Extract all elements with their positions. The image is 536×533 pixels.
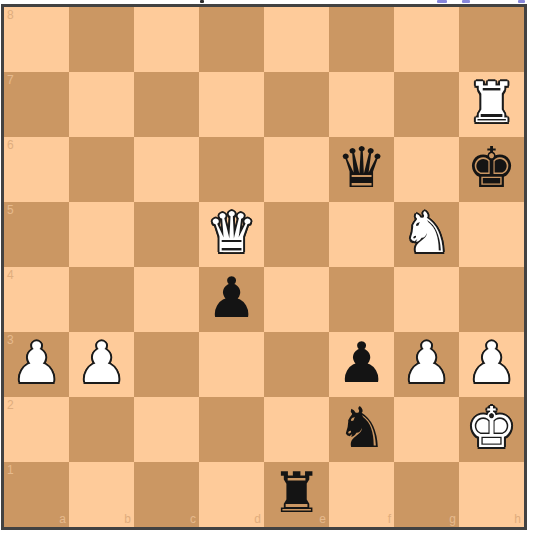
file-label-a: a: [59, 513, 66, 525]
piece-black-pawn-f3[interactable]: ♟: [336, 330, 386, 395]
square-d7[interactable]: [199, 72, 264, 137]
square-c1[interactable]: c: [134, 462, 199, 527]
square-c7[interactable]: [134, 72, 199, 137]
square-c2[interactable]: [134, 397, 199, 462]
square-e8[interactable]: [264, 7, 329, 72]
rank-label-1: 1: [7, 464, 14, 476]
square-a6[interactable]: 6: [4, 137, 69, 202]
square-f3[interactable]: ♟: [329, 332, 394, 397]
square-d8[interactable]: [199, 7, 264, 72]
square-c6[interactable]: [134, 137, 199, 202]
square-h6[interactable]: ♚: [459, 137, 524, 202]
square-d1[interactable]: d: [199, 462, 264, 527]
square-f7[interactable]: [329, 72, 394, 137]
square-g3[interactable]: ♟: [394, 332, 459, 397]
rank-label-4: 4: [7, 269, 14, 281]
square-b2[interactable]: [69, 397, 134, 462]
piece-black-king-h6[interactable]: ♚: [466, 135, 516, 200]
square-a3[interactable]: 3♟: [4, 332, 69, 397]
square-c8[interactable]: [134, 7, 199, 72]
square-h7[interactable]: ♜: [459, 72, 524, 137]
square-a5[interactable]: 5: [4, 202, 69, 267]
file-label-g: g: [449, 513, 456, 525]
rank-label-5: 5: [7, 204, 14, 216]
square-g4[interactable]: [394, 267, 459, 332]
square-f5[interactable]: [329, 202, 394, 267]
square-g1[interactable]: g: [394, 462, 459, 527]
piece-white-knight-g5[interactable]: ♞: [401, 200, 451, 265]
piece-white-rook-h7[interactable]: ♜: [466, 70, 516, 135]
square-e4[interactable]: [264, 267, 329, 332]
square-b8[interactable]: [69, 7, 134, 72]
square-g5[interactable]: ♞: [394, 202, 459, 267]
square-h5[interactable]: [459, 202, 524, 267]
square-e1[interactable]: e♜: [264, 462, 329, 527]
piece-black-rook-e1[interactable]: ♜: [271, 460, 321, 525]
clipped-text-fragment-0: [200, 0, 204, 3]
square-e3[interactable]: [264, 332, 329, 397]
square-b6[interactable]: [69, 137, 134, 202]
clipped-text-fragment-2: [462, 0, 470, 3]
file-label-d: d: [254, 513, 261, 525]
page: 87♜6♛♚5♛♞4♟3♟♟♟♟♟2♞♚1abcde♜fgh: [0, 0, 536, 533]
square-h4[interactable]: [459, 267, 524, 332]
square-e7[interactable]: [264, 72, 329, 137]
square-c5[interactable]: [134, 202, 199, 267]
square-a8[interactable]: 8: [4, 7, 69, 72]
piece-black-queen-f6[interactable]: ♛: [336, 135, 386, 200]
piece-white-queen-d5[interactable]: ♛: [206, 200, 256, 265]
piece-white-pawn-h3[interactable]: ♟: [466, 330, 516, 395]
square-d2[interactable]: [199, 397, 264, 462]
piece-white-king-h2[interactable]: ♚: [466, 395, 516, 460]
square-h2[interactable]: ♚: [459, 397, 524, 462]
rank-label-7: 7: [7, 74, 14, 86]
square-a2[interactable]: 2: [4, 397, 69, 462]
square-e2[interactable]: [264, 397, 329, 462]
square-d3[interactable]: [199, 332, 264, 397]
rank-label-6: 6: [7, 139, 14, 151]
chess-board: 87♜6♛♚5♛♞4♟3♟♟♟♟♟2♞♚1abcde♜fgh: [1, 4, 527, 530]
square-b5[interactable]: [69, 202, 134, 267]
file-label-h: h: [514, 513, 521, 525]
square-a7[interactable]: 7: [4, 72, 69, 137]
piece-white-pawn-b3[interactable]: ♟: [76, 330, 126, 395]
clipped-text-fragment-1: [437, 0, 447, 3]
square-b4[interactable]: [69, 267, 134, 332]
square-e5[interactable]: [264, 202, 329, 267]
rank-label-2: 2: [7, 399, 14, 411]
piece-white-pawn-a3[interactable]: ♟: [11, 330, 61, 395]
square-d5[interactable]: ♛: [199, 202, 264, 267]
square-c3[interactable]: [134, 332, 199, 397]
square-a4[interactable]: 4: [4, 267, 69, 332]
square-f2[interactable]: ♞: [329, 397, 394, 462]
square-b1[interactable]: b: [69, 462, 134, 527]
file-label-f: f: [388, 513, 391, 525]
square-d4[interactable]: ♟: [199, 267, 264, 332]
square-g6[interactable]: [394, 137, 459, 202]
piece-white-pawn-g3[interactable]: ♟: [401, 330, 451, 395]
clipped-text-fragment-3: [518, 0, 525, 3]
square-h8[interactable]: [459, 7, 524, 72]
piece-black-pawn-d4[interactable]: ♟: [206, 265, 256, 330]
square-g8[interactable]: [394, 7, 459, 72]
square-g2[interactable]: [394, 397, 459, 462]
square-a1[interactable]: 1a: [4, 462, 69, 527]
square-f6[interactable]: ♛: [329, 137, 394, 202]
square-c4[interactable]: [134, 267, 199, 332]
file-label-b: b: [124, 513, 131, 525]
rank-label-8: 8: [7, 9, 14, 21]
square-f4[interactable]: [329, 267, 394, 332]
square-h3[interactable]: ♟: [459, 332, 524, 397]
square-g7[interactable]: [394, 72, 459, 137]
square-e6[interactable]: [264, 137, 329, 202]
square-b3[interactable]: ♟: [69, 332, 134, 397]
square-b7[interactable]: [69, 72, 134, 137]
square-h1[interactable]: h: [459, 462, 524, 527]
square-d6[interactable]: [199, 137, 264, 202]
file-label-c: c: [190, 513, 196, 525]
piece-black-knight-f2[interactable]: ♞: [336, 395, 386, 460]
square-f8[interactable]: [329, 7, 394, 72]
square-f1[interactable]: f: [329, 462, 394, 527]
